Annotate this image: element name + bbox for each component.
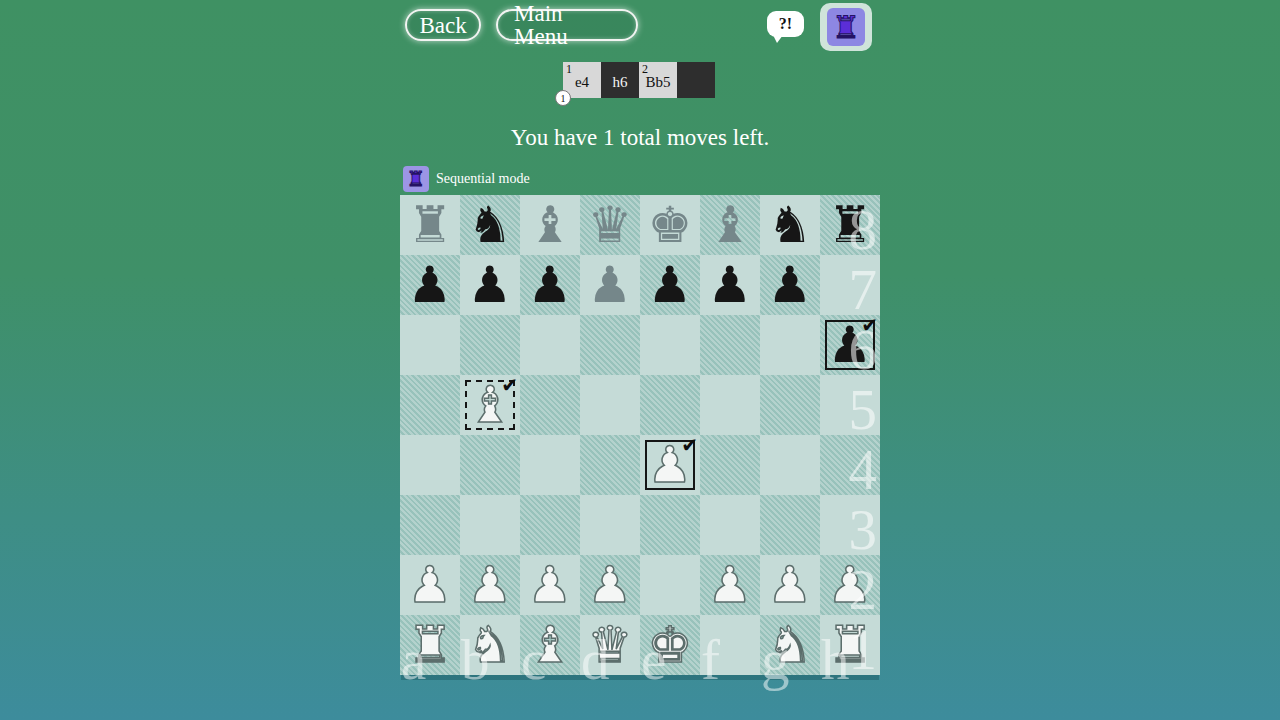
square-g3[interactable] [760, 495, 820, 555]
main-menu-button[interactable]: Main Menu [496, 9, 638, 41]
square-b4[interactable] [460, 435, 520, 495]
square-e7[interactable]: ♟ [640, 255, 700, 315]
white-pawn: ♟ [520, 555, 580, 615]
moves-left-status: You have 1 total moves left. [0, 125, 1280, 151]
game-screen: Back Main Menu ?! ♜ 1 e4 1 h6 2 Bb5 You … [0, 0, 1280, 720]
square-f4[interactable] [700, 435, 760, 495]
square-a2[interactable]: ♟ [400, 555, 460, 615]
white-pawn: ♟ [460, 555, 520, 615]
purple-rook-icon: ♜ [832, 12, 860, 43]
white-king: ♚ [640, 615, 700, 675]
square-f5[interactable] [700, 375, 760, 435]
checkmark-icon: ✔ [861, 315, 878, 335]
black-pawn: ♟ [760, 255, 820, 315]
black-king-faded: ♚ [640, 195, 700, 255]
black-rook-faded: ♜ [400, 195, 460, 255]
checkmark-icon: ✔ [501, 375, 518, 395]
white-rook: ♜ [400, 615, 460, 675]
move-cell-4[interactable] [677, 62, 715, 98]
purple-rook-icon: ♜ [407, 169, 426, 190]
move-cell-2[interactable]: h6 [601, 62, 639, 98]
square-e2[interactable] [640, 555, 700, 615]
black-pawn: ♟ [820, 315, 880, 375]
white-bishop: ♝ [520, 615, 580, 675]
black-pawn-faded: ♟ [580, 255, 640, 315]
mode-icon-frame: ♜ [403, 166, 429, 192]
mode-indicator: ♜ Sequential mode [403, 166, 530, 192]
square-g6[interactable] [760, 315, 820, 375]
black-pawn: ♟ [700, 255, 760, 315]
move-count-badge: 1 [555, 90, 571, 106]
square-h3[interactable] [820, 495, 880, 555]
black-pawn: ♟ [400, 255, 460, 315]
square-b6[interactable] [460, 315, 520, 375]
square-c7[interactable]: ♟ [520, 255, 580, 315]
square-g8[interactable]: ♞ [760, 195, 820, 255]
player-icon-button[interactable]: ♜ [820, 3, 872, 51]
square-b8[interactable]: ♞ [460, 195, 520, 255]
square-a1[interactable]: ♜ [400, 615, 460, 675]
square-d3[interactable] [580, 495, 640, 555]
white-pawn: ♟ [700, 555, 760, 615]
square-e8[interactable]: ♚ [640, 195, 700, 255]
square-h5[interactable] [820, 375, 880, 435]
square-d8[interactable]: ♛ [580, 195, 640, 255]
white-bishop: ♝ [460, 375, 520, 435]
square-b7[interactable]: ♟ [460, 255, 520, 315]
square-a3[interactable] [400, 495, 460, 555]
square-b5[interactable]: ♝✔ [460, 375, 520, 435]
square-d5[interactable] [580, 375, 640, 435]
white-rook: ♜ [820, 615, 880, 675]
mode-label: Sequential mode [436, 171, 530, 187]
square-a8[interactable]: ♜ [400, 195, 460, 255]
white-knight: ♞ [760, 615, 820, 675]
square-c1[interactable]: ♝ [520, 615, 580, 675]
black-bishop-faded: ♝ [700, 195, 760, 255]
square-c5[interactable] [520, 375, 580, 435]
black-pawn: ♟ [520, 255, 580, 315]
square-g7[interactable]: ♟ [760, 255, 820, 315]
black-knight: ♞ [460, 195, 520, 255]
square-e5[interactable] [640, 375, 700, 435]
square-h7[interactable] [820, 255, 880, 315]
black-pawn: ♟ [640, 255, 700, 315]
square-f6[interactable] [700, 315, 760, 375]
square-e3[interactable] [640, 495, 700, 555]
move-cell-1[interactable]: 1 e4 1 [563, 62, 601, 98]
black-knight: ♞ [760, 195, 820, 255]
square-b3[interactable] [460, 495, 520, 555]
square-a6[interactable] [400, 315, 460, 375]
square-a5[interactable] [400, 375, 460, 435]
player-icon-frame: ♜ [827, 8, 865, 46]
square-e1[interactable]: ♚ [640, 615, 700, 675]
square-h8[interactable]: ♜ [820, 195, 880, 255]
move-mark-box [465, 380, 515, 430]
square-d1[interactable]: ♛ [580, 615, 640, 675]
white-knight: ♞ [460, 615, 520, 675]
square-g4[interactable] [760, 435, 820, 495]
white-pawn: ♟ [400, 555, 460, 615]
square-d6[interactable] [580, 315, 640, 375]
move-san: e4 [563, 74, 601, 91]
move-san: h6 [601, 74, 639, 91]
back-button[interactable]: Back [405, 9, 481, 41]
square-g1[interactable]: ♞ [760, 615, 820, 675]
chess-board: ♜♞♝♛♚♝♞♜♟♟♟♟♟♟♟♟✔♝✔♟✔♟♟♟♟♟♟♟♜♞♝♛♚♞♜87654… [400, 195, 880, 675]
move-list: 1 e4 1 h6 2 Bb5 [563, 62, 715, 98]
white-pawn: ♟ [820, 555, 880, 615]
hint-bubble-button[interactable]: ?! [767, 11, 804, 37]
square-a7[interactable]: ♟ [400, 255, 460, 315]
square-c3[interactable] [520, 495, 580, 555]
square-b2[interactable]: ♟ [460, 555, 520, 615]
square-f2[interactable]: ♟ [700, 555, 760, 615]
black-pawn: ♟ [460, 255, 520, 315]
black-rook: ♜ [820, 195, 880, 255]
white-queen: ♛ [580, 615, 640, 675]
move-cell-3[interactable]: 2 Bb5 [639, 62, 677, 98]
square-c2[interactable]: ♟ [520, 555, 580, 615]
square-h4[interactable] [820, 435, 880, 495]
square-g5[interactable] [760, 375, 820, 435]
square-c8[interactable]: ♝ [520, 195, 580, 255]
white-pawn: ♟ [580, 555, 640, 615]
square-b1[interactable]: ♞ [460, 615, 520, 675]
square-h2[interactable]: ♟ [820, 555, 880, 615]
square-c6[interactable] [520, 315, 580, 375]
square-c4[interactable] [520, 435, 580, 495]
move-mark-box [825, 320, 875, 370]
checkmark-icon: ✔ [681, 435, 698, 455]
square-h6[interactable]: ♟✔ [820, 315, 880, 375]
white-pawn: ♟ [760, 555, 820, 615]
square-a4[interactable] [400, 435, 460, 495]
square-f8[interactable]: ♝ [700, 195, 760, 255]
move-mark-box [645, 440, 695, 490]
square-h1[interactable]: ♜ [820, 615, 880, 675]
square-g2[interactable]: ♟ [760, 555, 820, 615]
square-d2[interactable]: ♟ [580, 555, 640, 615]
square-f7[interactable]: ♟ [700, 255, 760, 315]
black-queen-faded: ♛ [580, 195, 640, 255]
square-f3[interactable] [700, 495, 760, 555]
white-pawn: ♟ [640, 435, 700, 495]
square-d7[interactable]: ♟ [580, 255, 640, 315]
square-e4[interactable]: ♟✔ [640, 435, 700, 495]
move-san: Bb5 [639, 74, 677, 91]
square-d4[interactable] [580, 435, 640, 495]
black-bishop-faded: ♝ [520, 195, 580, 255]
square-e6[interactable] [640, 315, 700, 375]
square-f1[interactable] [700, 615, 760, 675]
